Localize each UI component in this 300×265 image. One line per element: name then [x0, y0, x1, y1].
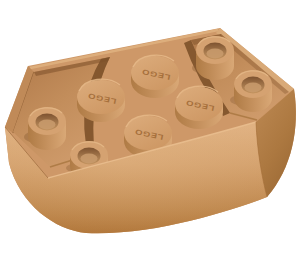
product-image: LEGO LEGO LEGO LEGO	[0, 0, 300, 265]
stud-hole-bottom	[245, 83, 262, 93]
stud-hole-bottom	[81, 154, 98, 164]
stud-hole-bottom	[39, 120, 56, 130]
solid-stud-1: LEGO	[131, 55, 179, 98]
stud-hole-bottom	[207, 49, 224, 59]
lego-brick-render: LEGO LEGO LEGO LEGO	[0, 0, 300, 265]
solid-stud-2: LEGO	[77, 79, 125, 122]
solid-stud-3: LEGO	[175, 86, 223, 129]
